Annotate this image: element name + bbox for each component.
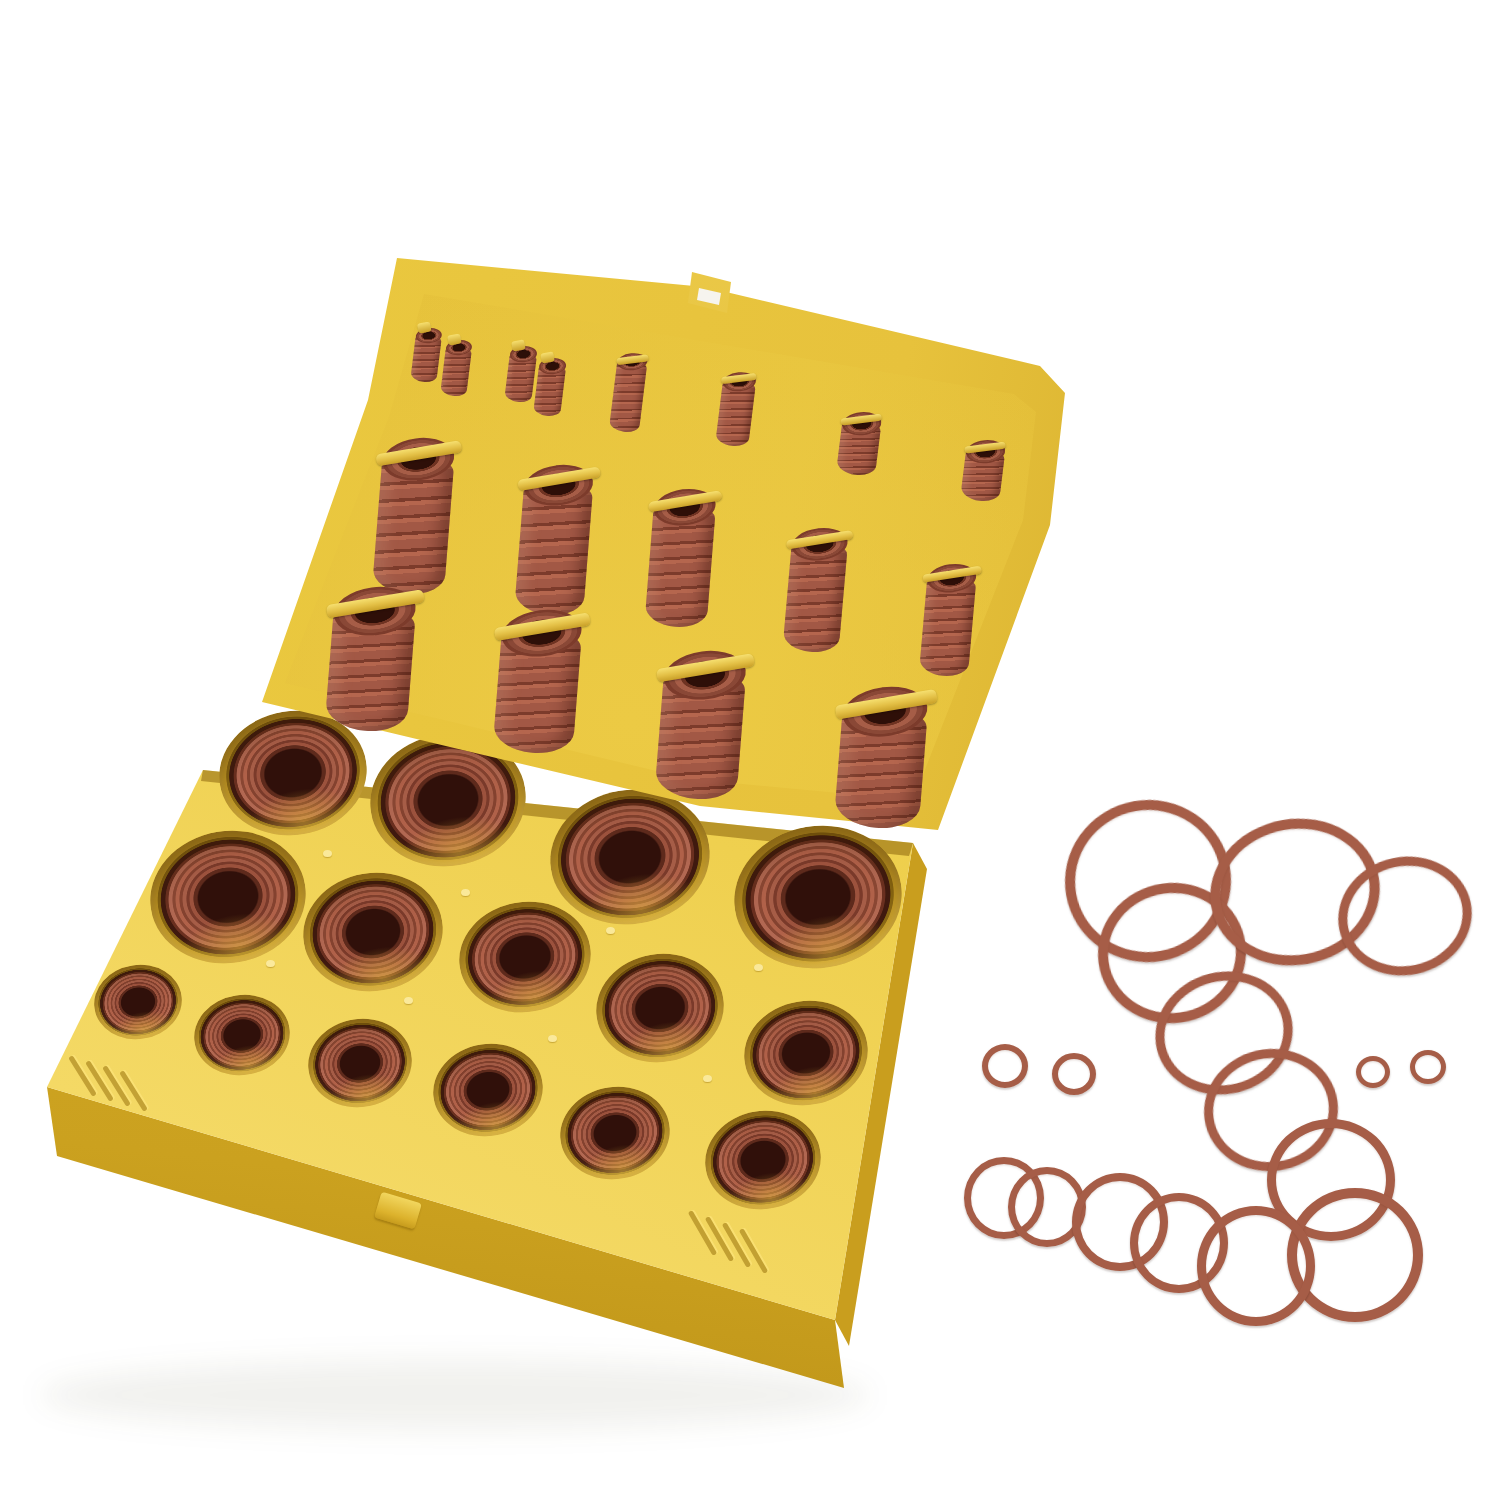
- loose-o-ring: [1197, 1206, 1315, 1326]
- water-droplet: [548, 1035, 557, 1042]
- water-droplet: [266, 960, 275, 967]
- water-droplet: [461, 889, 470, 896]
- water-droplet: [404, 997, 413, 1004]
- peg-tip: [510, 339, 525, 351]
- lid-peg-stack: [652, 648, 747, 827]
- lid-peg-stack: [917, 562, 977, 693]
- loose-o-ring: [1356, 1056, 1390, 1088]
- loose-o-ring: [1410, 1050, 1446, 1084]
- product-photo-scene: [0, 0, 1500, 1500]
- loose-o-ring: [1052, 1053, 1096, 1095]
- lid-peg-stack: [831, 683, 929, 856]
- loose-o-ring: [982, 1044, 1028, 1088]
- lid-peg-stack: [958, 438, 1006, 516]
- water-droplet: [703, 1075, 712, 1082]
- water-droplet: [754, 964, 763, 971]
- peg-tip: [539, 351, 554, 363]
- water-droplet: [323, 850, 332, 857]
- lid-peg-stack: [643, 487, 717, 649]
- ground-shadow: [40, 1360, 870, 1430]
- lid-peg-stack: [491, 607, 584, 781]
- water-droplet: [606, 927, 615, 934]
- lid-peg-stack: [322, 584, 417, 759]
